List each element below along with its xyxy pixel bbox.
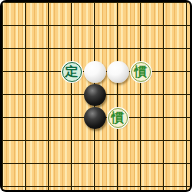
board-intersection[interactable] [175, 152, 190, 175]
board-intersection[interactable] [152, 152, 175, 175]
board-intersection[interactable] [2, 83, 14, 106]
board-intersection[interactable]: 慣 [106, 106, 129, 129]
board-grid: 定慣慣 [2, 2, 190, 190]
board-intersection[interactable] [60, 2, 83, 14]
board-intersection[interactable] [2, 37, 14, 60]
board-intersection[interactable] [106, 37, 129, 60]
board-intersection[interactable] [106, 83, 129, 106]
board-intersection[interactable] [175, 37, 190, 60]
board-intersection[interactable] [37, 37, 60, 60]
board-intersection[interactable] [83, 129, 106, 152]
board-intersection[interactable] [129, 2, 152, 14]
board-intersection[interactable] [60, 83, 83, 106]
board-intersection[interactable] [129, 14, 152, 37]
board-intersection[interactable] [83, 60, 106, 83]
board-intersection[interactable] [2, 2, 14, 14]
board-intersection[interactable] [106, 2, 129, 14]
board-intersection[interactable]: 慣 [129, 60, 152, 83]
board-intersection[interactable]: 定 [60, 60, 83, 83]
board-intersection[interactable] [2, 60, 14, 83]
board-intersection[interactable] [129, 37, 152, 60]
board-intersection[interactable] [175, 106, 190, 129]
board-intersection[interactable] [175, 2, 190, 14]
board-intersection[interactable] [83, 106, 106, 129]
board-intersection[interactable] [60, 37, 83, 60]
board-intersection[interactable] [83, 83, 106, 106]
white-stone [84, 61, 106, 83]
board-intersection[interactable] [152, 2, 175, 14]
board-intersection[interactable] [14, 152, 37, 175]
board-intersection[interactable] [175, 14, 190, 37]
board-intersection[interactable] [83, 14, 106, 37]
board-intersection[interactable] [14, 14, 37, 37]
board-intersection[interactable] [14, 37, 37, 60]
joseki-move-marker[interactable]: 定 [62, 62, 82, 82]
black-stone [84, 107, 106, 129]
board-intersection[interactable] [106, 129, 129, 152]
board-intersection[interactable] [175, 60, 190, 83]
habit-move-marker[interactable]: 慣 [108, 108, 128, 128]
board-intersection[interactable] [83, 2, 106, 14]
board-intersection[interactable] [37, 129, 60, 152]
board-intersection[interactable] [152, 37, 175, 60]
board-intersection[interactable] [175, 129, 190, 152]
board-intersection[interactable] [129, 175, 152, 190]
board-intersection[interactable] [14, 106, 37, 129]
board-intersection[interactable] [129, 106, 152, 129]
board-intersection[interactable] [106, 152, 129, 175]
habit-move-marker[interactable]: 慣 [131, 62, 151, 82]
board-intersection[interactable] [60, 14, 83, 37]
board-intersection[interactable] [37, 2, 60, 14]
board-intersection[interactable] [2, 175, 14, 190]
board-intersection[interactable] [37, 106, 60, 129]
board-intersection[interactable] [152, 129, 175, 152]
board-intersection[interactable] [2, 129, 14, 152]
go-board: 定慣慣 [2, 2, 190, 190]
board-intersection[interactable] [152, 106, 175, 129]
board-intersection[interactable] [83, 37, 106, 60]
board-intersection[interactable] [37, 14, 60, 37]
board-intersection[interactable] [175, 83, 190, 106]
board-intersection[interactable] [60, 106, 83, 129]
board-intersection[interactable] [152, 14, 175, 37]
board-intersection[interactable] [14, 60, 37, 83]
board-intersection[interactable] [37, 60, 60, 83]
board-intersection[interactable] [129, 129, 152, 152]
board-intersection[interactable] [60, 175, 83, 190]
board-intersection[interactable] [175, 175, 190, 190]
board-intersection[interactable] [14, 2, 37, 14]
black-stone [84, 84, 106, 106]
board-intersection[interactable] [2, 14, 14, 37]
board-intersection[interactable] [60, 129, 83, 152]
board-intersection[interactable] [83, 175, 106, 190]
board-intersection[interactable] [14, 175, 37, 190]
board-intersection[interactable] [37, 175, 60, 190]
board-intersection[interactable] [60, 152, 83, 175]
board-intersection[interactable] [106, 14, 129, 37]
board-intersection[interactable] [152, 175, 175, 190]
board-intersection[interactable] [14, 129, 37, 152]
board-intersection[interactable] [152, 60, 175, 83]
white-stone [107, 61, 129, 83]
board-intersection[interactable] [152, 83, 175, 106]
board-intersection[interactable] [37, 152, 60, 175]
go-board-frame: 定慣慣 [0, 0, 192, 192]
board-intersection[interactable] [106, 60, 129, 83]
board-intersection[interactable] [106, 175, 129, 190]
board-intersection[interactable] [14, 83, 37, 106]
board-intersection[interactable] [37, 83, 60, 106]
board-intersection[interactable] [129, 152, 152, 175]
board-intersection[interactable] [2, 152, 14, 175]
board-intersection[interactable] [2, 106, 14, 129]
board-intersection[interactable] [83, 152, 106, 175]
board-intersection[interactable] [129, 83, 152, 106]
